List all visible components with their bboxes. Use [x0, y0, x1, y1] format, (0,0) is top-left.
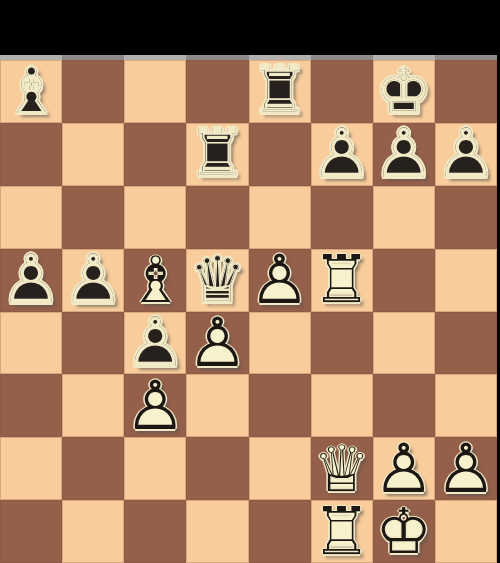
piece-white-pawn-detail: ♙ [124, 374, 186, 437]
piece-black-pawn-detail: ♙ [435, 123, 497, 186]
piece-black-pawn[interactable]: ♟ [373, 123, 435, 186]
square-c3[interactable]: ♟♙ [124, 374, 186, 437]
square-g2[interactable]: ♟♙ [373, 437, 435, 500]
square-g8[interactable]: ♚♔ [373, 60, 435, 123]
square-a7[interactable] [0, 123, 62, 186]
square-h8[interactable] [435, 60, 497, 123]
square-e2[interactable] [249, 437, 311, 500]
square-e8[interactable]: ♜♖ [249, 60, 311, 123]
square-h3[interactable] [435, 374, 497, 437]
piece-white-queen[interactable]: ♛ [311, 437, 373, 500]
square-e5[interactable]: ♟♙ [249, 249, 311, 312]
piece-white-pawn-detail: ♙ [435, 437, 497, 500]
square-a5[interactable]: ♟♙ [0, 249, 62, 312]
piece-white-pawn[interactable]: ♟ [186, 312, 248, 375]
piece-white-pawn-detail: ♙ [373, 437, 435, 500]
square-f6[interactable] [311, 186, 373, 249]
piece-white-pawn[interactable]: ♟ [435, 437, 497, 500]
square-h6[interactable] [435, 186, 497, 249]
square-d8[interactable] [186, 60, 248, 123]
square-g5[interactable] [373, 249, 435, 312]
piece-black-pawn-detail: ♙ [0, 249, 62, 312]
square-e7[interactable] [249, 123, 311, 186]
square-f7[interactable]: ♟♙ [311, 123, 373, 186]
piece-black-pawn[interactable]: ♟ [62, 249, 124, 312]
square-c6[interactable] [124, 186, 186, 249]
square-h4[interactable] [435, 312, 497, 375]
square-d6[interactable] [186, 186, 248, 249]
piece-white-pawn-detail: ♙ [186, 312, 248, 375]
piece-white-pawn-detail: ♙ [249, 249, 311, 312]
square-d4[interactable]: ♟♙ [186, 312, 248, 375]
square-e4[interactable] [249, 312, 311, 375]
piece-black-rook-detail: ♖ [249, 60, 311, 123]
square-a4[interactable] [0, 312, 62, 375]
square-e1[interactable] [249, 500, 311, 563]
square-g3[interactable] [373, 374, 435, 437]
square-a3[interactable] [0, 374, 62, 437]
piece-black-pawn-detail: ♙ [62, 249, 124, 312]
square-h5[interactable] [435, 249, 497, 312]
piece-white-king[interactable]: ♚ [373, 500, 435, 563]
piece-black-bishop-detail: ♗ [0, 60, 62, 123]
square-f3[interactable] [311, 374, 373, 437]
square-g7[interactable]: ♟♙ [373, 123, 435, 186]
square-a8[interactable]: ♝♗ [0, 60, 62, 123]
piece-black-rook-detail: ♖ [186, 123, 248, 186]
piece-black-rook[interactable]: ♜ [249, 60, 311, 123]
piece-white-king-detail: ♔ [373, 500, 435, 563]
square-d1[interactable] [186, 500, 248, 563]
piece-white-queen-detail: ♕ [311, 437, 373, 500]
piece-black-rook[interactable]: ♜ [186, 123, 248, 186]
square-a2[interactable] [0, 437, 62, 500]
square-c1[interactable] [124, 500, 186, 563]
chess-app-window: ♝♗♜♖♚♔♜♖♟♙♟♙♟♙♟♙♟♙♝♗♛♕♟♙♜♖♟♙♟♙♟♙♛♕♟♙♟♙♜♖… [0, 0, 500, 563]
square-c7[interactable] [124, 123, 186, 186]
square-b2[interactable] [62, 437, 124, 500]
square-d7[interactable]: ♜♖ [186, 123, 248, 186]
square-g4[interactable] [373, 312, 435, 375]
window-top-bar [0, 0, 500, 55]
square-c4[interactable]: ♟♙ [124, 312, 186, 375]
piece-black-king[interactable]: ♚ [373, 60, 435, 123]
piece-white-pawn[interactable]: ♟ [249, 249, 311, 312]
piece-white-bishop[interactable]: ♝ [124, 249, 186, 312]
square-b8[interactable] [62, 60, 124, 123]
piece-white-bishop-detail: ♗ [124, 249, 186, 312]
square-h2[interactable]: ♟♙ [435, 437, 497, 500]
square-f1[interactable]: ♜♖ [311, 500, 373, 563]
piece-black-pawn[interactable]: ♟ [435, 123, 497, 186]
square-b6[interactable] [62, 186, 124, 249]
square-d5[interactable]: ♛♕ [186, 249, 248, 312]
piece-white-pawn[interactable]: ♟ [124, 374, 186, 437]
piece-black-queen-detail: ♕ [186, 249, 248, 312]
square-c5[interactable]: ♝♗ [124, 249, 186, 312]
piece-white-rook[interactable]: ♜ [311, 500, 373, 563]
piece-black-pawn[interactable]: ♟ [311, 123, 373, 186]
square-b3[interactable] [62, 374, 124, 437]
piece-white-pawn[interactable]: ♟ [373, 437, 435, 500]
piece-white-rook-detail: ♖ [311, 249, 373, 312]
chess-board: ♝♗♜♖♚♔♜♖♟♙♟♙♟♙♟♙♟♙♝♗♛♕♟♙♜♖♟♙♟♙♟♙♛♕♟♙♟♙♜♖… [0, 60, 497, 563]
square-h1[interactable] [435, 500, 497, 563]
piece-black-pawn-detail: ♙ [124, 312, 186, 375]
square-b5[interactable]: ♟♙ [62, 249, 124, 312]
square-f8[interactable] [311, 60, 373, 123]
piece-black-bishop[interactable]: ♝ [0, 60, 62, 123]
square-c2[interactable] [124, 437, 186, 500]
piece-black-pawn[interactable]: ♟ [0, 249, 62, 312]
square-c8[interactable] [124, 60, 186, 123]
square-b4[interactable] [62, 312, 124, 375]
piece-black-pawn-detail: ♙ [373, 123, 435, 186]
square-g6[interactable] [373, 186, 435, 249]
piece-black-king-detail: ♔ [373, 60, 435, 123]
square-g1[interactable]: ♚♔ [373, 500, 435, 563]
square-d2[interactable] [186, 437, 248, 500]
square-a6[interactable] [0, 186, 62, 249]
square-f2[interactable]: ♛♕ [311, 437, 373, 500]
square-e6[interactable] [249, 186, 311, 249]
square-b7[interactable] [62, 123, 124, 186]
piece-black-pawn[interactable]: ♟ [124, 312, 186, 375]
square-e3[interactable] [249, 374, 311, 437]
piece-white-rook-detail: ♖ [311, 500, 373, 563]
square-a1[interactable] [0, 500, 62, 563]
piece-black-queen[interactable]: ♛ [186, 249, 248, 312]
square-d3[interactable] [186, 374, 248, 437]
piece-white-rook[interactable]: ♜ [311, 249, 373, 312]
square-f5[interactable]: ♜♖ [311, 249, 373, 312]
square-b1[interactable] [62, 500, 124, 563]
square-f4[interactable] [311, 312, 373, 375]
piece-black-pawn-detail: ♙ [311, 123, 373, 186]
square-h7[interactable]: ♟♙ [435, 123, 497, 186]
